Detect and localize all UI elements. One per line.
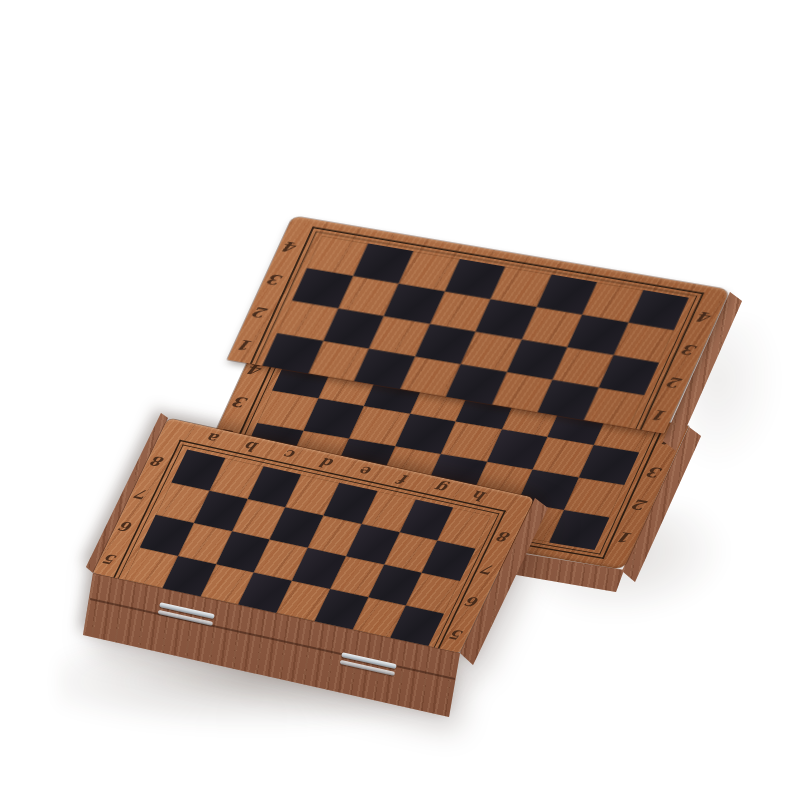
square <box>628 290 689 330</box>
square <box>369 316 430 356</box>
square <box>257 390 318 430</box>
square <box>444 259 505 299</box>
file-labels: abcdefgh <box>191 426 503 508</box>
square <box>521 307 582 347</box>
square <box>334 438 395 478</box>
square <box>227 455 288 495</box>
square <box>292 268 353 308</box>
square <box>286 474 340 515</box>
square <box>272 358 333 398</box>
rank-label: 8 <box>487 518 523 555</box>
square <box>537 380 598 420</box>
rank-label: 8 <box>140 443 176 480</box>
square <box>411 487 472 527</box>
ground-shadow-far-right <box>690 320 780 470</box>
square <box>292 548 346 589</box>
square <box>472 462 533 502</box>
square <box>400 356 461 396</box>
square <box>502 397 563 437</box>
rank-label: 4 <box>651 422 689 458</box>
rank-label: 7 <box>125 475 161 512</box>
hinge-barrel <box>157 602 215 628</box>
square <box>330 556 384 597</box>
square <box>461 332 522 372</box>
square <box>307 236 368 276</box>
hinge-pin <box>158 610 214 626</box>
pinstripe-border-outer <box>113 440 506 649</box>
file-label: b <box>229 434 275 458</box>
square <box>578 445 639 485</box>
square <box>124 547 178 588</box>
small-box-top-face: abcdefgh 8765 8765 <box>93 418 535 653</box>
square <box>323 308 384 348</box>
square <box>194 490 248 531</box>
rank-labels: 8765 <box>439 518 522 653</box>
square <box>288 431 349 471</box>
square <box>406 573 460 614</box>
square <box>362 491 416 532</box>
rank-label: 1 <box>641 397 679 433</box>
rank-label: 3 <box>222 385 260 421</box>
square <box>364 373 425 413</box>
pinstripe-border-inner <box>118 445 499 648</box>
square <box>242 423 303 463</box>
square <box>314 589 368 630</box>
square <box>426 454 487 494</box>
square <box>140 515 194 556</box>
square <box>438 508 492 549</box>
square <box>319 471 380 511</box>
square <box>492 372 553 412</box>
square <box>324 483 378 524</box>
square <box>395 414 456 454</box>
rank-label: 2 <box>242 295 280 331</box>
square <box>354 349 415 389</box>
rank-label: 2 <box>656 365 694 401</box>
square <box>346 524 400 565</box>
square <box>430 291 491 331</box>
rank-label: 1 <box>227 327 265 363</box>
square <box>338 276 399 316</box>
rank-label: 3 <box>257 262 295 298</box>
product-photo-scene: 4321 4321 4321 4321 <box>0 0 800 800</box>
square <box>238 572 292 613</box>
pinstripe-border-inner <box>255 231 697 429</box>
file-label: c <box>267 443 313 467</box>
square <box>567 315 628 355</box>
file-label: h <box>457 484 503 508</box>
square <box>178 523 232 564</box>
square <box>487 429 548 469</box>
square <box>415 324 476 364</box>
rank-labels: 8765 <box>93 443 176 578</box>
square <box>583 388 644 428</box>
square <box>171 450 225 491</box>
square <box>209 458 263 499</box>
large-box-half-a: 4321 4321 <box>227 216 730 434</box>
square <box>308 515 362 556</box>
checkerboard-half <box>124 450 491 646</box>
square <box>410 381 471 421</box>
square <box>384 284 445 324</box>
rank-label: 6 <box>109 508 145 545</box>
square <box>232 499 286 540</box>
square <box>308 341 369 381</box>
square <box>248 466 302 507</box>
file-label: d <box>305 451 351 475</box>
rank-label: 3 <box>637 455 675 491</box>
square <box>352 597 406 638</box>
square <box>200 564 254 605</box>
checkerboard-half <box>262 236 689 428</box>
square <box>475 299 536 339</box>
square <box>582 282 643 322</box>
rank-label: 1 <box>193 450 231 486</box>
square <box>593 412 654 452</box>
rank-label: 6 <box>455 583 491 620</box>
square <box>400 499 454 540</box>
square <box>399 251 460 291</box>
rank-label: 2 <box>207 417 245 453</box>
square <box>349 406 410 446</box>
square <box>598 355 659 395</box>
square <box>384 532 438 573</box>
file-label: f <box>381 467 427 491</box>
square <box>156 482 210 523</box>
rank-label: 4 <box>272 230 310 266</box>
square <box>446 364 507 404</box>
square <box>368 564 422 605</box>
hinge-pin <box>159 602 215 619</box>
square <box>254 540 308 581</box>
file-label: a <box>191 426 237 450</box>
square <box>441 422 502 462</box>
square <box>277 301 338 341</box>
square <box>276 580 330 621</box>
rank-label: 7 <box>471 551 507 588</box>
square <box>506 340 567 380</box>
square <box>456 389 517 429</box>
file-label: g <box>419 476 465 500</box>
square <box>162 556 216 597</box>
square <box>365 479 426 519</box>
square <box>380 446 441 486</box>
rank-label: 5 <box>93 540 129 577</box>
square <box>490 267 551 307</box>
square <box>552 347 613 387</box>
square <box>422 540 476 581</box>
square <box>613 323 674 363</box>
square <box>353 243 414 283</box>
file-label: e <box>343 459 389 483</box>
square <box>216 531 270 572</box>
square <box>547 405 608 445</box>
square <box>270 507 324 548</box>
pinstripe-border-outer <box>250 227 704 430</box>
square <box>303 398 364 438</box>
ground-shadow-front <box>58 648 488 732</box>
square <box>318 366 379 406</box>
rank-label: 4 <box>237 352 275 388</box>
square <box>390 605 444 646</box>
square <box>262 333 323 373</box>
rank-labels: 4321 <box>227 230 309 364</box>
square <box>457 494 518 534</box>
square <box>273 463 334 503</box>
rank-labels: 4321 <box>193 352 275 486</box>
square <box>533 437 594 477</box>
square <box>536 275 597 315</box>
ground-shadow-right <box>540 505 730 620</box>
square <box>518 470 579 510</box>
